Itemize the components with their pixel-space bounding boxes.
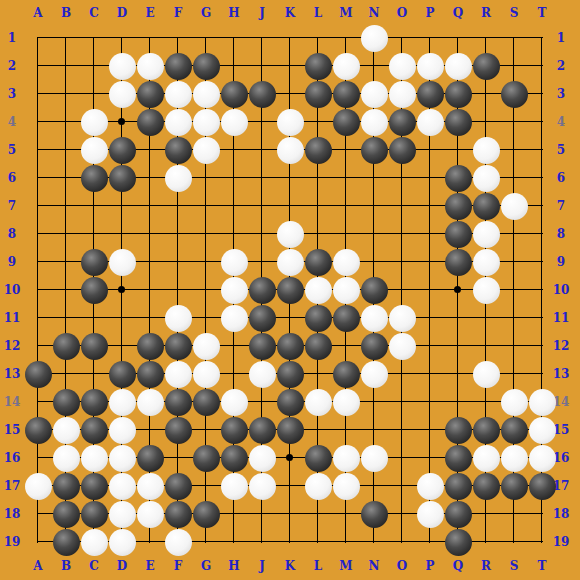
- intersection-G19[interactable]: [192, 528, 220, 556]
- intersection-G16[interactable]: [192, 444, 220, 472]
- intersection-F18[interactable]: [164, 500, 192, 528]
- intersection-A4[interactable]: [24, 108, 52, 136]
- intersection-D15[interactable]: [108, 416, 136, 444]
- intersection-S1[interactable]: [500, 24, 528, 52]
- intersection-L15[interactable]: [304, 416, 332, 444]
- intersection-A16[interactable]: [24, 444, 52, 472]
- intersection-N18[interactable]: [360, 500, 388, 528]
- intersection-D14[interactable]: [108, 388, 136, 416]
- intersection-R2[interactable]: [472, 52, 500, 80]
- intersection-R6[interactable]: [472, 164, 500, 192]
- intersection-K15[interactable]: [276, 416, 304, 444]
- intersection-S7[interactable]: [500, 192, 528, 220]
- intersection-D2[interactable]: [108, 52, 136, 80]
- intersection-P2[interactable]: [416, 52, 444, 80]
- intersection-G10[interactable]: [192, 276, 220, 304]
- intersection-E7[interactable]: [136, 192, 164, 220]
- intersection-Q15[interactable]: [444, 416, 472, 444]
- intersection-H10[interactable]: [220, 276, 248, 304]
- intersection-P16[interactable]: [416, 444, 444, 472]
- intersection-S8[interactable]: [500, 220, 528, 248]
- intersection-G15[interactable]: [192, 416, 220, 444]
- intersection-G13[interactable]: [192, 360, 220, 388]
- intersection-J15[interactable]: [248, 416, 276, 444]
- intersection-Q10[interactable]: [444, 276, 472, 304]
- intersection-E10[interactable]: [136, 276, 164, 304]
- intersection-J9[interactable]: [248, 248, 276, 276]
- intersection-P6[interactable]: [416, 164, 444, 192]
- intersection-R11[interactable]: [472, 304, 500, 332]
- intersection-P17[interactable]: [416, 472, 444, 500]
- intersection-J2[interactable]: [248, 52, 276, 80]
- intersection-D9[interactable]: [108, 248, 136, 276]
- intersection-F6[interactable]: [164, 164, 192, 192]
- intersection-M5[interactable]: [332, 136, 360, 164]
- intersection-E15[interactable]: [136, 416, 164, 444]
- intersection-C10[interactable]: [80, 276, 108, 304]
- intersection-B10[interactable]: [52, 276, 80, 304]
- intersection-A15[interactable]: [24, 416, 52, 444]
- intersection-K4[interactable]: [276, 108, 304, 136]
- intersection-R17[interactable]: [472, 472, 500, 500]
- intersection-C11[interactable]: [80, 304, 108, 332]
- intersection-H8[interactable]: [220, 220, 248, 248]
- intersection-Q8[interactable]: [444, 220, 472, 248]
- intersection-M19[interactable]: [332, 528, 360, 556]
- intersection-H6[interactable]: [220, 164, 248, 192]
- intersection-T7[interactable]: [528, 192, 556, 220]
- intersection-M16[interactable]: [332, 444, 360, 472]
- intersection-R19[interactable]: [472, 528, 500, 556]
- intersection-E17[interactable]: [136, 472, 164, 500]
- intersection-B5[interactable]: [52, 136, 80, 164]
- intersection-T8[interactable]: [528, 220, 556, 248]
- intersection-Q5[interactable]: [444, 136, 472, 164]
- intersection-A6[interactable]: [24, 164, 52, 192]
- intersection-C12[interactable]: [80, 332, 108, 360]
- intersection-K13[interactable]: [276, 360, 304, 388]
- intersection-B3[interactable]: [52, 80, 80, 108]
- intersection-B7[interactable]: [52, 192, 80, 220]
- intersection-J10[interactable]: [248, 276, 276, 304]
- intersection-H15[interactable]: [220, 416, 248, 444]
- intersection-G8[interactable]: [192, 220, 220, 248]
- intersection-S19[interactable]: [500, 528, 528, 556]
- intersection-A8[interactable]: [24, 220, 52, 248]
- intersection-T16[interactable]: [528, 444, 556, 472]
- intersection-F12[interactable]: [164, 332, 192, 360]
- intersection-R15[interactable]: [472, 416, 500, 444]
- intersection-N2[interactable]: [360, 52, 388, 80]
- intersection-T10[interactable]: [528, 276, 556, 304]
- intersection-K14[interactable]: [276, 388, 304, 416]
- intersection-H1[interactable]: [220, 24, 248, 52]
- intersection-J11[interactable]: [248, 304, 276, 332]
- intersection-A9[interactable]: [24, 248, 52, 276]
- intersection-E16[interactable]: [136, 444, 164, 472]
- intersection-T18[interactable]: [528, 500, 556, 528]
- intersection-M1[interactable]: [332, 24, 360, 52]
- intersection-H17[interactable]: [220, 472, 248, 500]
- intersection-Q7[interactable]: [444, 192, 472, 220]
- intersection-G11[interactable]: [192, 304, 220, 332]
- intersection-J1[interactable]: [248, 24, 276, 52]
- intersection-E12[interactable]: [136, 332, 164, 360]
- intersection-T12[interactable]: [528, 332, 556, 360]
- intersection-Q6[interactable]: [444, 164, 472, 192]
- intersection-K19[interactable]: [276, 528, 304, 556]
- intersection-G12[interactable]: [192, 332, 220, 360]
- intersection-D4[interactable]: [108, 108, 136, 136]
- intersection-E13[interactable]: [136, 360, 164, 388]
- intersection-B19[interactable]: [52, 528, 80, 556]
- intersection-A2[interactable]: [24, 52, 52, 80]
- intersection-N17[interactable]: [360, 472, 388, 500]
- intersection-C14[interactable]: [80, 388, 108, 416]
- intersection-H5[interactable]: [220, 136, 248, 164]
- intersection-C6[interactable]: [80, 164, 108, 192]
- intersection-J17[interactable]: [248, 472, 276, 500]
- intersection-D17[interactable]: [108, 472, 136, 500]
- intersection-O15[interactable]: [388, 416, 416, 444]
- intersection-N19[interactable]: [360, 528, 388, 556]
- intersection-P15[interactable]: [416, 416, 444, 444]
- intersection-H12[interactable]: [220, 332, 248, 360]
- intersection-C3[interactable]: [80, 80, 108, 108]
- intersection-B4[interactable]: [52, 108, 80, 136]
- intersection-P19[interactable]: [416, 528, 444, 556]
- intersection-A14[interactable]: [24, 388, 52, 416]
- intersection-N5[interactable]: [360, 136, 388, 164]
- intersection-M6[interactable]: [332, 164, 360, 192]
- intersection-O7[interactable]: [388, 192, 416, 220]
- intersection-B8[interactable]: [52, 220, 80, 248]
- intersection-A12[interactable]: [24, 332, 52, 360]
- intersection-O14[interactable]: [388, 388, 416, 416]
- intersection-O17[interactable]: [388, 472, 416, 500]
- intersection-G6[interactable]: [192, 164, 220, 192]
- intersection-H2[interactable]: [220, 52, 248, 80]
- intersection-G2[interactable]: [192, 52, 220, 80]
- intersection-R4[interactable]: [472, 108, 500, 136]
- intersection-D16[interactable]: [108, 444, 136, 472]
- intersection-O5[interactable]: [388, 136, 416, 164]
- intersection-S11[interactable]: [500, 304, 528, 332]
- intersection-C5[interactable]: [80, 136, 108, 164]
- intersection-D10[interactable]: [108, 276, 136, 304]
- intersection-J16[interactable]: [248, 444, 276, 472]
- intersection-G1[interactable]: [192, 24, 220, 52]
- intersection-C4[interactable]: [80, 108, 108, 136]
- intersection-H19[interactable]: [220, 528, 248, 556]
- intersection-N15[interactable]: [360, 416, 388, 444]
- intersection-A17[interactable]: [24, 472, 52, 500]
- intersection-K11[interactable]: [276, 304, 304, 332]
- intersection-N1[interactable]: [360, 24, 388, 52]
- intersection-P12[interactable]: [416, 332, 444, 360]
- intersection-P7[interactable]: [416, 192, 444, 220]
- intersection-S16[interactable]: [500, 444, 528, 472]
- intersection-O12[interactable]: [388, 332, 416, 360]
- intersection-F9[interactable]: [164, 248, 192, 276]
- intersection-J19[interactable]: [248, 528, 276, 556]
- intersection-E8[interactable]: [136, 220, 164, 248]
- intersection-Q4[interactable]: [444, 108, 472, 136]
- intersection-L1[interactable]: [304, 24, 332, 52]
- intersection-C15[interactable]: [80, 416, 108, 444]
- intersection-N10[interactable]: [360, 276, 388, 304]
- intersection-E6[interactable]: [136, 164, 164, 192]
- intersection-L14[interactable]: [304, 388, 332, 416]
- intersection-O16[interactable]: [388, 444, 416, 472]
- intersection-E18[interactable]: [136, 500, 164, 528]
- intersection-L9[interactable]: [304, 248, 332, 276]
- intersection-S12[interactable]: [500, 332, 528, 360]
- intersection-N6[interactable]: [360, 164, 388, 192]
- intersection-R5[interactable]: [472, 136, 500, 164]
- intersection-F16[interactable]: [164, 444, 192, 472]
- intersection-A10[interactable]: [24, 276, 52, 304]
- intersection-K7[interactable]: [276, 192, 304, 220]
- intersection-T11[interactable]: [528, 304, 556, 332]
- intersection-A3[interactable]: [24, 80, 52, 108]
- intersection-K17[interactable]: [276, 472, 304, 500]
- intersection-O11[interactable]: [388, 304, 416, 332]
- intersection-J14[interactable]: [248, 388, 276, 416]
- intersection-R14[interactable]: [472, 388, 500, 416]
- intersection-J8[interactable]: [248, 220, 276, 248]
- intersection-P14[interactable]: [416, 388, 444, 416]
- intersection-E11[interactable]: [136, 304, 164, 332]
- intersection-T14[interactable]: [528, 388, 556, 416]
- intersection-M3[interactable]: [332, 80, 360, 108]
- intersection-H9[interactable]: [220, 248, 248, 276]
- intersection-F3[interactable]: [164, 80, 192, 108]
- intersection-Q11[interactable]: [444, 304, 472, 332]
- intersection-R1[interactable]: [472, 24, 500, 52]
- intersection-G14[interactable]: [192, 388, 220, 416]
- intersection-G7[interactable]: [192, 192, 220, 220]
- intersection-R12[interactable]: [472, 332, 500, 360]
- intersection-G5[interactable]: [192, 136, 220, 164]
- intersection-M12[interactable]: [332, 332, 360, 360]
- intersection-M13[interactable]: [332, 360, 360, 388]
- intersection-N4[interactable]: [360, 108, 388, 136]
- intersection-K16[interactable]: [276, 444, 304, 472]
- intersection-N9[interactable]: [360, 248, 388, 276]
- intersection-T19[interactable]: [528, 528, 556, 556]
- intersection-T15[interactable]: [528, 416, 556, 444]
- intersection-T13[interactable]: [528, 360, 556, 388]
- intersection-B2[interactable]: [52, 52, 80, 80]
- intersection-T17[interactable]: [528, 472, 556, 500]
- intersection-P5[interactable]: [416, 136, 444, 164]
- intersection-T2[interactable]: [528, 52, 556, 80]
- intersection-K2[interactable]: [276, 52, 304, 80]
- intersection-N12[interactable]: [360, 332, 388, 360]
- intersection-K12[interactable]: [276, 332, 304, 360]
- intersection-M2[interactable]: [332, 52, 360, 80]
- intersection-O1[interactable]: [388, 24, 416, 52]
- intersection-R16[interactable]: [472, 444, 500, 472]
- intersection-E14[interactable]: [136, 388, 164, 416]
- intersection-O10[interactable]: [388, 276, 416, 304]
- intersection-E1[interactable]: [136, 24, 164, 52]
- intersection-O8[interactable]: [388, 220, 416, 248]
- intersection-H4[interactable]: [220, 108, 248, 136]
- intersection-E9[interactable]: [136, 248, 164, 276]
- intersection-M14[interactable]: [332, 388, 360, 416]
- intersection-P11[interactable]: [416, 304, 444, 332]
- intersection-B14[interactable]: [52, 388, 80, 416]
- intersection-M11[interactable]: [332, 304, 360, 332]
- intersection-F19[interactable]: [164, 528, 192, 556]
- intersection-L19[interactable]: [304, 528, 332, 556]
- intersection-D7[interactable]: [108, 192, 136, 220]
- intersection-R10[interactable]: [472, 276, 500, 304]
- intersection-C13[interactable]: [80, 360, 108, 388]
- intersection-J7[interactable]: [248, 192, 276, 220]
- intersection-B6[interactable]: [52, 164, 80, 192]
- intersection-O18[interactable]: [388, 500, 416, 528]
- intersection-J5[interactable]: [248, 136, 276, 164]
- intersection-S6[interactable]: [500, 164, 528, 192]
- intersection-B15[interactable]: [52, 416, 80, 444]
- intersection-L12[interactable]: [304, 332, 332, 360]
- intersection-Q9[interactable]: [444, 248, 472, 276]
- intersection-N11[interactable]: [360, 304, 388, 332]
- intersection-D18[interactable]: [108, 500, 136, 528]
- intersection-N16[interactable]: [360, 444, 388, 472]
- intersection-H13[interactable]: [220, 360, 248, 388]
- intersection-S9[interactable]: [500, 248, 528, 276]
- intersection-N7[interactable]: [360, 192, 388, 220]
- intersection-E2[interactable]: [136, 52, 164, 80]
- intersection-B13[interactable]: [52, 360, 80, 388]
- intersection-A19[interactable]: [24, 528, 52, 556]
- intersection-N14[interactable]: [360, 388, 388, 416]
- intersection-D3[interactable]: [108, 80, 136, 108]
- intersection-D13[interactable]: [108, 360, 136, 388]
- intersection-H14[interactable]: [220, 388, 248, 416]
- intersection-D19[interactable]: [108, 528, 136, 556]
- intersection-O4[interactable]: [388, 108, 416, 136]
- intersection-E4[interactable]: [136, 108, 164, 136]
- intersection-R13[interactable]: [472, 360, 500, 388]
- intersection-R8[interactable]: [472, 220, 500, 248]
- intersection-O6[interactable]: [388, 164, 416, 192]
- intersection-P18[interactable]: [416, 500, 444, 528]
- intersection-J13[interactable]: [248, 360, 276, 388]
- intersection-K5[interactable]: [276, 136, 304, 164]
- intersection-J3[interactable]: [248, 80, 276, 108]
- intersection-P9[interactable]: [416, 248, 444, 276]
- intersection-F7[interactable]: [164, 192, 192, 220]
- intersection-B17[interactable]: [52, 472, 80, 500]
- intersection-L10[interactable]: [304, 276, 332, 304]
- intersection-F4[interactable]: [164, 108, 192, 136]
- intersection-L2[interactable]: [304, 52, 332, 80]
- intersection-P3[interactable]: [416, 80, 444, 108]
- intersection-C18[interactable]: [80, 500, 108, 528]
- intersection-B9[interactable]: [52, 248, 80, 276]
- intersection-S5[interactable]: [500, 136, 528, 164]
- intersection-F8[interactable]: [164, 220, 192, 248]
- intersection-R18[interactable]: [472, 500, 500, 528]
- intersection-K18[interactable]: [276, 500, 304, 528]
- intersection-P10[interactable]: [416, 276, 444, 304]
- intersection-T1[interactable]: [528, 24, 556, 52]
- intersection-D1[interactable]: [108, 24, 136, 52]
- intersection-O13[interactable]: [388, 360, 416, 388]
- intersection-P8[interactable]: [416, 220, 444, 248]
- intersection-M9[interactable]: [332, 248, 360, 276]
- intersection-K1[interactable]: [276, 24, 304, 52]
- intersection-L7[interactable]: [304, 192, 332, 220]
- intersection-M4[interactable]: [332, 108, 360, 136]
- intersection-C17[interactable]: [80, 472, 108, 500]
- intersection-F15[interactable]: [164, 416, 192, 444]
- intersection-K10[interactable]: [276, 276, 304, 304]
- intersection-Q16[interactable]: [444, 444, 472, 472]
- intersection-A11[interactable]: [24, 304, 52, 332]
- intersection-S15[interactable]: [500, 416, 528, 444]
- intersection-N3[interactable]: [360, 80, 388, 108]
- intersection-A7[interactable]: [24, 192, 52, 220]
- intersection-Q2[interactable]: [444, 52, 472, 80]
- intersection-A1[interactable]: [24, 24, 52, 52]
- intersection-Q12[interactable]: [444, 332, 472, 360]
- intersection-E5[interactable]: [136, 136, 164, 164]
- intersection-B11[interactable]: [52, 304, 80, 332]
- intersection-L16[interactable]: [304, 444, 332, 472]
- intersection-Q18[interactable]: [444, 500, 472, 528]
- intersection-A18[interactable]: [24, 500, 52, 528]
- intersection-E19[interactable]: [136, 528, 164, 556]
- intersection-H7[interactable]: [220, 192, 248, 220]
- intersection-G3[interactable]: [192, 80, 220, 108]
- intersection-Q1[interactable]: [444, 24, 472, 52]
- intersection-F14[interactable]: [164, 388, 192, 416]
- intersection-C19[interactable]: [80, 528, 108, 556]
- intersection-A5[interactable]: [24, 136, 52, 164]
- intersection-Q14[interactable]: [444, 388, 472, 416]
- intersection-D12[interactable]: [108, 332, 136, 360]
- intersection-L13[interactable]: [304, 360, 332, 388]
- intersection-T6[interactable]: [528, 164, 556, 192]
- intersection-T4[interactable]: [528, 108, 556, 136]
- intersection-L4[interactable]: [304, 108, 332, 136]
- intersection-M17[interactable]: [332, 472, 360, 500]
- intersection-Q17[interactable]: [444, 472, 472, 500]
- intersection-F1[interactable]: [164, 24, 192, 52]
- intersection-D11[interactable]: [108, 304, 136, 332]
- intersection-K6[interactable]: [276, 164, 304, 192]
- intersection-P1[interactable]: [416, 24, 444, 52]
- intersection-L17[interactable]: [304, 472, 332, 500]
- intersection-K8[interactable]: [276, 220, 304, 248]
- intersection-O2[interactable]: [388, 52, 416, 80]
- intersection-T9[interactable]: [528, 248, 556, 276]
- intersection-B18[interactable]: [52, 500, 80, 528]
- intersection-M10[interactable]: [332, 276, 360, 304]
- intersection-G9[interactable]: [192, 248, 220, 276]
- intersection-P4[interactable]: [416, 108, 444, 136]
- intersection-F13[interactable]: [164, 360, 192, 388]
- intersection-L11[interactable]: [304, 304, 332, 332]
- intersection-M7[interactable]: [332, 192, 360, 220]
- intersection-Q3[interactable]: [444, 80, 472, 108]
